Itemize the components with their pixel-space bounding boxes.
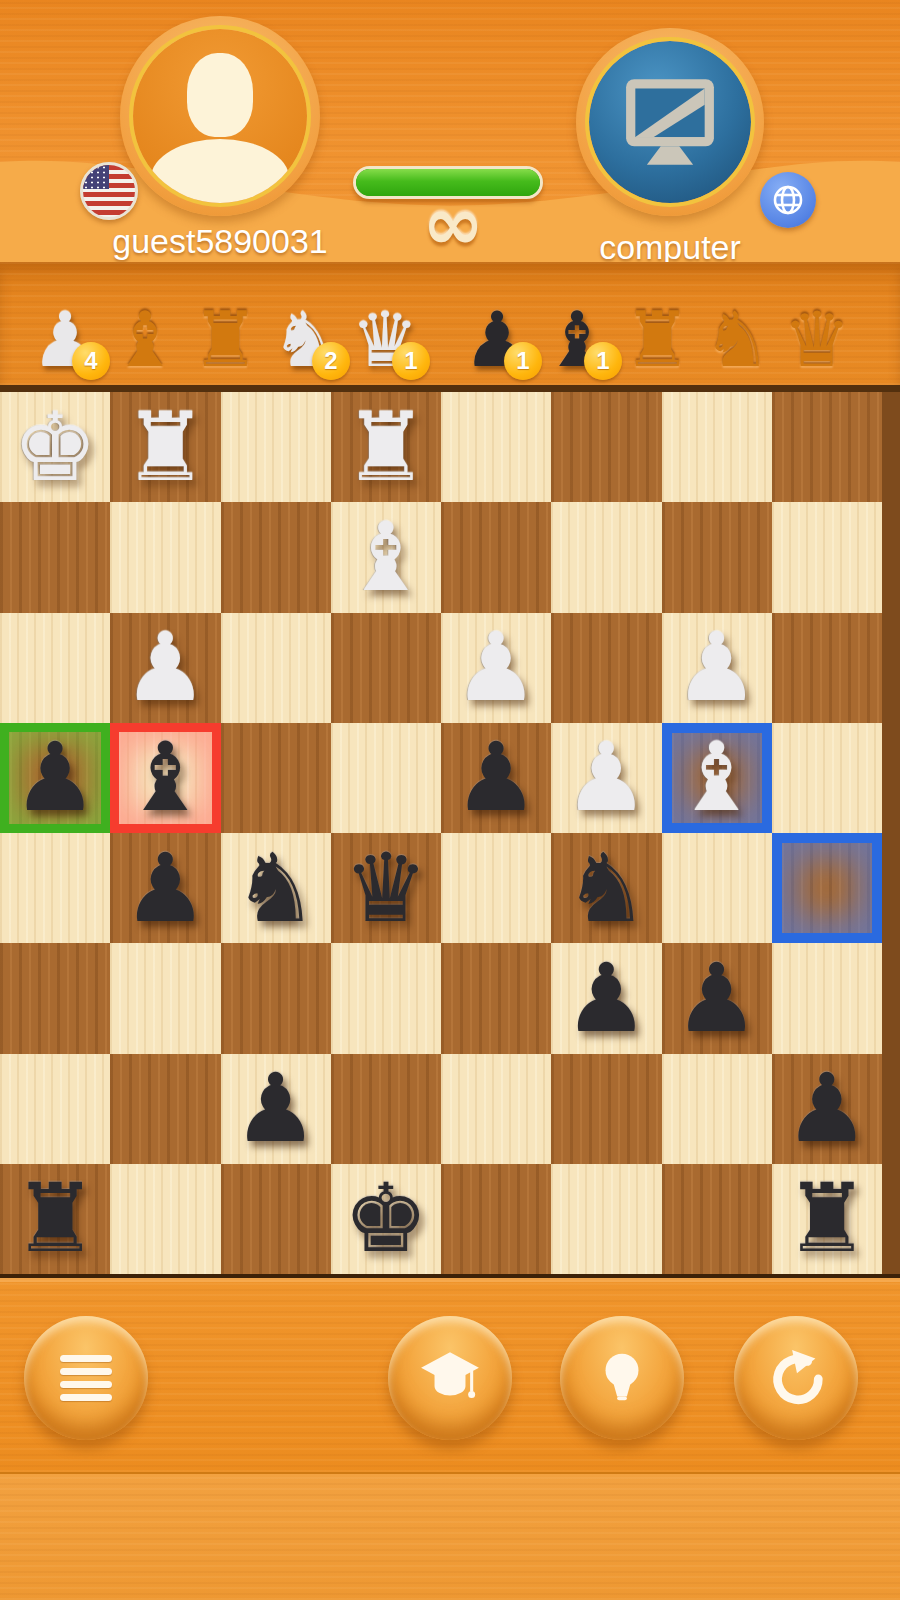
square-e8[interactable]: ♚ (331, 1164, 441, 1274)
square-f2[interactable] (221, 502, 331, 612)
square-c2[interactable] (551, 502, 661, 612)
engraved-queen-icon: ♛ (783, 302, 851, 378)
black-pawn[interactable]: ♟ (123, 841, 208, 936)
square-c5[interactable]: ♞ (551, 833, 661, 943)
square-c4[interactable]: ♟ (551, 723, 661, 833)
white-rook[interactable]: ♜ (343, 400, 428, 495)
left-player-avatar (120, 16, 320, 216)
person-silhouette-icon (133, 29, 307, 203)
silhouette-shoulders (151, 139, 289, 207)
square-b8[interactable] (662, 1164, 772, 1274)
square-c7[interactable] (551, 1054, 661, 1164)
square-f8[interactable] (221, 1164, 331, 1274)
square-f1[interactable] (221, 392, 331, 502)
silhouette-head (187, 53, 253, 137)
black-bishop[interactable]: ♝ (123, 730, 208, 825)
square-c8[interactable] (551, 1164, 661, 1274)
bottom-panel (0, 1472, 900, 1600)
square-d6[interactable] (441, 943, 551, 1053)
square-e4[interactable] (331, 723, 441, 833)
avatar-gold-ring (585, 37, 755, 207)
square-e6[interactable] (331, 943, 441, 1053)
square-a2[interactable] (772, 502, 882, 612)
square-b6[interactable]: ♟ (662, 943, 772, 1053)
square-d7[interactable] (441, 1054, 551, 1164)
computer-monitor-icon (589, 41, 751, 203)
capture-count-badge: 4 (72, 342, 110, 380)
black-queen[interactable]: ♛ (343, 841, 428, 936)
captured-black-tray: ♟1♝1♜♞♛ (458, 270, 856, 378)
square-c1[interactable] (551, 392, 661, 502)
square-e5[interactable]: ♛ (331, 833, 441, 943)
square-f7[interactable]: ♟ (221, 1054, 331, 1164)
undo-icon (765, 1346, 827, 1411)
square-h1[interactable]: ♚ (0, 392, 110, 502)
capture-count-badge: 1 (584, 342, 622, 380)
captured-white-tray: ♟4♝♜♞2♛1 (26, 270, 424, 378)
black-pawn[interactable]: ♟ (564, 951, 649, 1046)
square-e3[interactable] (331, 613, 441, 723)
square-b2[interactable] (662, 502, 772, 612)
wood-grain (0, 1474, 900, 1600)
white-bishop[interactable]: ♝ (674, 730, 759, 825)
white-pawn[interactable]: ♟ (564, 730, 649, 825)
engraved-knight-icon: ♞ (703, 302, 771, 378)
square-a5[interactable] (772, 833, 882, 943)
white-pawn[interactable]: ♟ (454, 620, 539, 715)
square-f3[interactable] (221, 613, 331, 723)
white-pawn[interactable]: ♟ (674, 620, 759, 715)
black-pawn[interactable]: ♟ (233, 1061, 318, 1156)
square-b5[interactable] (662, 833, 772, 943)
square-h5[interactable] (0, 833, 110, 943)
board-section: ♚♜♜♝♟♟♟♟♝♟♟♝♟♞♛♞♟♟♟♟♜♚♜ (0, 392, 900, 1274)
graduation-cap-icon (417, 1344, 483, 1413)
right-player-avatar (576, 28, 764, 216)
square-d2[interactable] (441, 502, 551, 612)
square-b4[interactable]: ♝ (662, 723, 772, 833)
square-h3[interactable] (0, 613, 110, 723)
square-f5[interactable]: ♞ (221, 833, 331, 943)
square-c3[interactable] (551, 613, 661, 723)
captured-white-rook: ♜ (186, 270, 264, 378)
white-bishop[interactable]: ♝ (343, 510, 428, 605)
menu-icon (60, 1355, 112, 1401)
square-g5[interactable]: ♟ (110, 833, 220, 943)
black-knight[interactable]: ♞ (564, 841, 649, 936)
square-g7[interactable] (110, 1054, 220, 1164)
black-rook[interactable]: ♜ (784, 1171, 869, 1266)
black-pawn[interactable]: ♟ (784, 1061, 869, 1156)
chess-board: ♚♜♜♝♟♟♟♟♝♟♟♝♟♞♛♞♟♟♟♟♜♚♜ (0, 392, 882, 1274)
captured-white-bishop: ♝ (106, 270, 184, 378)
captured-black-rook: ♜ (618, 270, 696, 378)
infinity-time-icon: ∞ (395, 186, 511, 260)
square-c6[interactable]: ♟ (551, 943, 661, 1053)
square-d4[interactable]: ♟ (441, 723, 551, 833)
us-flag-icon (80, 162, 138, 220)
engraved-rook-icon: ♜ (191, 302, 259, 378)
white-rook[interactable]: ♜ (123, 400, 208, 495)
capture-count-badge: 1 (392, 342, 430, 380)
square-e7[interactable] (331, 1054, 441, 1164)
captured-black-knight: ♞ (698, 270, 776, 378)
menu-button[interactable] (24, 1316, 148, 1440)
chess-app: ∞ (0, 0, 900, 1600)
black-pawn[interactable]: ♟ (674, 951, 759, 1046)
white-pawn[interactable]: ♟ (123, 620, 208, 715)
square-b1[interactable] (662, 392, 772, 502)
square-b3[interactable]: ♟ (662, 613, 772, 723)
black-pawn[interactable]: ♟ (454, 730, 539, 825)
square-a8[interactable]: ♜ (772, 1164, 882, 1274)
square-g1[interactable]: ♜ (110, 392, 220, 502)
black-knight[interactable]: ♞ (233, 841, 318, 936)
captured-black-pawn: ♟1 (458, 270, 536, 378)
square-g8[interactable] (110, 1164, 220, 1274)
square-g4[interactable]: ♝ (110, 723, 220, 833)
square-d1[interactable] (441, 392, 551, 502)
undo-button[interactable] (734, 1316, 858, 1440)
square-d8[interactable] (441, 1164, 551, 1274)
engraved-rook-icon: ♜ (623, 302, 691, 378)
captured-white-pawn: ♟4 (26, 270, 104, 378)
toolbar (0, 1274, 900, 1472)
square-a3[interactable] (772, 613, 882, 723)
square-g6[interactable] (110, 943, 220, 1053)
square-a7[interactable]: ♟ (772, 1054, 882, 1164)
captured-black-queen: ♛ (778, 270, 856, 378)
lessons-button[interactable] (388, 1316, 512, 1440)
hint-button[interactable] (560, 1316, 684, 1440)
black-rook[interactable]: ♜ (13, 1171, 98, 1266)
square-a6[interactable] (772, 943, 882, 1053)
square-a1[interactable] (772, 392, 882, 502)
header: ∞ (0, 0, 900, 262)
captured-black-bishop: ♝1 (538, 270, 616, 378)
captured-white-knight: ♞2 (266, 270, 344, 378)
blue-highlight (772, 833, 882, 943)
capture-count-badge: 1 (504, 342, 542, 380)
square-e1[interactable]: ♜ (331, 392, 441, 502)
square-g3[interactable]: ♟ (110, 613, 220, 723)
black-pawn[interactable]: ♟ (13, 730, 98, 825)
square-h8[interactable]: ♜ (0, 1164, 110, 1274)
square-a4[interactable] (772, 723, 882, 833)
square-f6[interactable] (221, 943, 331, 1053)
square-f4[interactable] (221, 723, 331, 833)
square-d5[interactable] (441, 833, 551, 943)
capture-count-badge: 2 (312, 342, 350, 380)
square-h2[interactable] (0, 502, 110, 612)
square-e2[interactable]: ♝ (331, 502, 441, 612)
square-g2[interactable] (110, 502, 220, 612)
avatar-gold-ring (129, 25, 311, 207)
square-d3[interactable]: ♟ (441, 613, 551, 723)
square-h4[interactable]: ♟ (0, 723, 110, 833)
captured-pieces-band: ♟4♝♜♞2♛1 ♟1♝1♜♞♛ (0, 262, 900, 392)
globe-icon (760, 172, 816, 228)
square-h7[interactable] (0, 1054, 110, 1164)
captured-white-queen: ♛1 (346, 270, 424, 378)
engraved-bishop-icon: ♝ (111, 302, 179, 378)
white-king[interactable]: ♚ (13, 400, 98, 495)
square-h6[interactable] (0, 943, 110, 1053)
lightbulb-icon (591, 1346, 653, 1411)
square-b7[interactable] (662, 1054, 772, 1164)
black-king[interactable]: ♚ (343, 1171, 428, 1266)
left-player-name: guest5890031 (35, 222, 405, 261)
